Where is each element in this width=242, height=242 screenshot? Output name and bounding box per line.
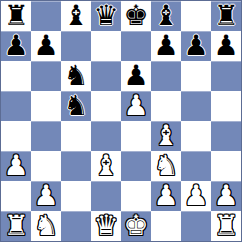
square-h1[interactable]: ♜ xyxy=(211,211,241,241)
square-f8[interactable]: ♝ xyxy=(151,1,181,31)
square-f6[interactable] xyxy=(151,61,181,91)
white-rook[interactable]: ♜ xyxy=(3,211,28,241)
square-g3[interactable] xyxy=(181,151,211,181)
square-d4[interactable] xyxy=(91,121,121,151)
square-a4[interactable] xyxy=(1,121,31,151)
square-a8[interactable]: ♜ xyxy=(1,1,31,31)
square-c7[interactable] xyxy=(61,31,91,61)
square-g4[interactable] xyxy=(181,121,211,151)
square-f4[interactable]: ♝ xyxy=(151,121,181,151)
square-a7[interactable]: ♟ xyxy=(1,31,31,61)
square-b8[interactable] xyxy=(31,1,61,31)
square-b7[interactable]: ♟ xyxy=(31,31,61,61)
black-bishop[interactable]: ♝ xyxy=(153,1,178,31)
square-g8[interactable] xyxy=(181,1,211,31)
white-pawn[interactable]: ♟ xyxy=(183,181,208,211)
square-c8[interactable]: ♝ xyxy=(61,1,91,31)
black-rook[interactable]: ♜ xyxy=(213,1,238,31)
white-pawn[interactable]: ♟ xyxy=(213,181,238,211)
square-f7[interactable]: ♟ xyxy=(151,31,181,61)
square-a6[interactable] xyxy=(1,61,31,91)
square-c3[interactable] xyxy=(61,151,91,181)
square-a2[interactable] xyxy=(1,181,31,211)
square-e1[interactable]: ♚ xyxy=(121,211,151,241)
square-e2[interactable] xyxy=(121,181,151,211)
white-pawn[interactable]: ♟ xyxy=(33,181,58,211)
square-h4[interactable] xyxy=(211,121,241,151)
white-bishop[interactable]: ♝ xyxy=(93,151,118,181)
square-d3[interactable]: ♝ xyxy=(91,151,121,181)
square-e4[interactable] xyxy=(121,121,151,151)
square-g6[interactable] xyxy=(181,61,211,91)
square-e3[interactable] xyxy=(121,151,151,181)
square-h7[interactable]: ♟ xyxy=(211,31,241,61)
white-rook[interactable]: ♜ xyxy=(213,211,238,241)
square-c4[interactable] xyxy=(61,121,91,151)
square-c5[interactable]: ♞ xyxy=(61,91,91,121)
white-bishop[interactable]: ♝ xyxy=(153,121,178,151)
square-e7[interactable] xyxy=(121,31,151,61)
square-b3[interactable] xyxy=(31,151,61,181)
square-e6[interactable]: ♟ xyxy=(121,61,151,91)
black-knight[interactable]: ♞ xyxy=(63,61,88,91)
white-queen[interactable]: ♛ xyxy=(93,211,118,241)
square-c6[interactable]: ♞ xyxy=(61,61,91,91)
black-pawn[interactable]: ♟ xyxy=(213,31,238,61)
square-h8[interactable]: ♜ xyxy=(211,1,241,31)
square-a1[interactable]: ♜ xyxy=(1,211,31,241)
square-e8[interactable]: ♚ xyxy=(121,1,151,31)
square-d7[interactable] xyxy=(91,31,121,61)
square-g5[interactable] xyxy=(181,91,211,121)
square-g7[interactable]: ♟ xyxy=(181,31,211,61)
white-knight[interactable]: ♞ xyxy=(153,151,178,181)
square-b5[interactable] xyxy=(31,91,61,121)
black-bishop[interactable]: ♝ xyxy=(63,1,88,31)
square-h3[interactable] xyxy=(211,151,241,181)
black-pawn[interactable]: ♟ xyxy=(153,31,178,61)
square-c2[interactable] xyxy=(61,181,91,211)
square-g2[interactable]: ♟ xyxy=(181,181,211,211)
white-pawn[interactable]: ♟ xyxy=(3,151,28,181)
square-h2[interactable]: ♟ xyxy=(211,181,241,211)
square-h5[interactable] xyxy=(211,91,241,121)
white-pawn[interactable]: ♟ xyxy=(123,91,148,121)
square-f2[interactable]: ♟ xyxy=(151,181,181,211)
square-h6[interactable] xyxy=(211,61,241,91)
square-d1[interactable]: ♛ xyxy=(91,211,121,241)
square-f1[interactable] xyxy=(151,211,181,241)
square-d6[interactable] xyxy=(91,61,121,91)
white-pawn[interactable]: ♟ xyxy=(153,181,178,211)
square-b6[interactable] xyxy=(31,61,61,91)
square-a5[interactable] xyxy=(1,91,31,121)
square-d8[interactable]: ♛ xyxy=(91,1,121,31)
square-b2[interactable]: ♟ xyxy=(31,181,61,211)
square-f3[interactable]: ♞ xyxy=(151,151,181,181)
black-pawn[interactable]: ♟ xyxy=(123,61,148,91)
square-c1[interactable] xyxy=(61,211,91,241)
black-pawn[interactable]: ♟ xyxy=(3,31,28,61)
square-e5[interactable]: ♟ xyxy=(121,91,151,121)
black-pawn[interactable]: ♟ xyxy=(33,31,58,61)
black-pawn[interactable]: ♟ xyxy=(183,31,208,61)
white-knight[interactable]: ♞ xyxy=(33,211,58,241)
square-b1[interactable]: ♞ xyxy=(31,211,61,241)
black-knight[interactable]: ♞ xyxy=(63,91,88,121)
square-d5[interactable] xyxy=(91,91,121,121)
black-king[interactable]: ♚ xyxy=(123,1,148,31)
square-d2[interactable] xyxy=(91,181,121,211)
chess-board: ♜♝♛♚♝♜♟♟♟♟♟♞♟♞♟♝♟♝♞♟♟♟♟♜♞♛♚♜ xyxy=(0,0,242,242)
white-king[interactable]: ♚ xyxy=(123,211,148,241)
square-b4[interactable] xyxy=(31,121,61,151)
square-a3[interactable]: ♟ xyxy=(1,151,31,181)
black-rook[interactable]: ♜ xyxy=(3,1,28,31)
square-g1[interactable] xyxy=(181,211,211,241)
square-f5[interactable] xyxy=(151,91,181,121)
black-queen[interactable]: ♛ xyxy=(93,1,118,31)
